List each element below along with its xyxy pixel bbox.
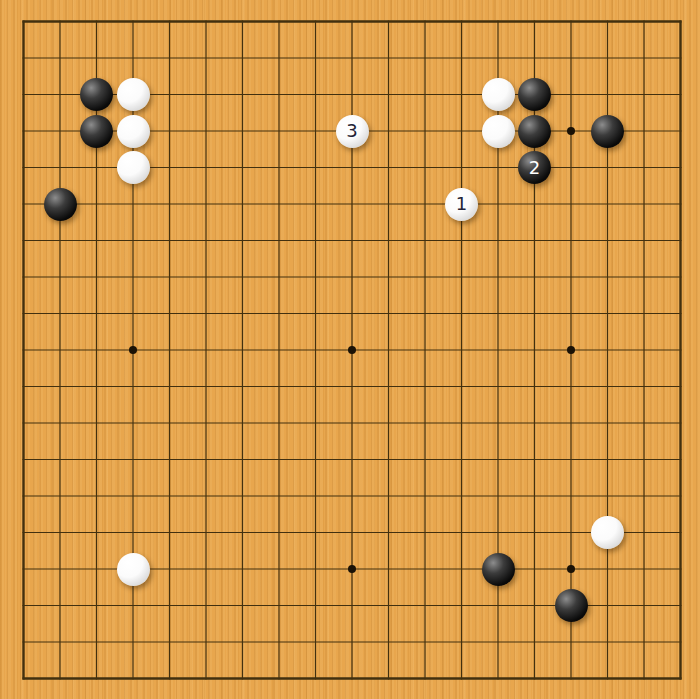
black-stone [80, 115, 113, 148]
white-stone [482, 78, 515, 111]
black-stone [80, 78, 113, 111]
black-stone [518, 115, 551, 148]
white-stone [117, 78, 150, 111]
white-stone: 1 [445, 188, 478, 221]
white-stone: 3 [336, 115, 369, 148]
white-stone [117, 115, 150, 148]
white-stone [482, 115, 515, 148]
black-stone: 2 [518, 151, 551, 184]
move-number-label: 2 [529, 159, 540, 177]
black-stone [518, 78, 551, 111]
black-stone [44, 188, 77, 221]
go-board[interactable]: 321 [0, 0, 700, 699]
stones-grid[interactable]: 321 [5, 3, 699, 697]
white-stone [591, 516, 624, 549]
white-stone [117, 151, 150, 184]
black-stone [555, 589, 588, 622]
black-stone [591, 115, 624, 148]
move-number-label: 1 [456, 195, 467, 213]
white-stone [117, 553, 150, 586]
black-stone [482, 553, 515, 586]
move-number-label: 3 [346, 122, 357, 140]
